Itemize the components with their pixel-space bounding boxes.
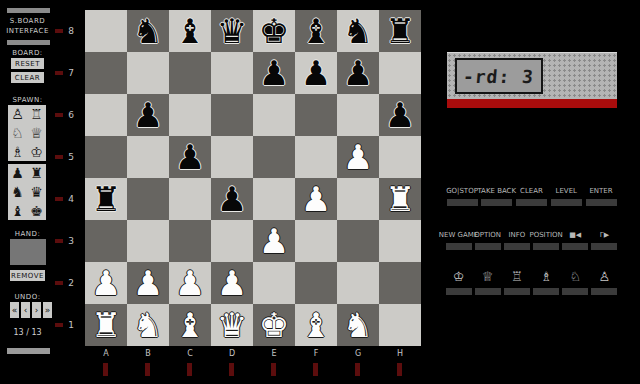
piece-black-pawn-e7: ♟: [259, 56, 289, 90]
panel-button--[interactable]: [562, 243, 588, 250]
square-f7[interactable]: ♟: [295, 52, 337, 94]
lcd-display-text: -rd: 3: [463, 66, 536, 87]
file-label-f: F: [295, 349, 337, 358]
square-d1[interactable]: ♛: [211, 304, 253, 346]
rank-7-led: [55, 71, 63, 75]
file-label-a: A: [85, 349, 127, 358]
square-c8[interactable]: ♝: [169, 10, 211, 52]
square-e5[interactable]: [253, 136, 295, 178]
board-clear-button[interactable]: CLEAR: [11, 72, 44, 83]
button-label-info: INFO: [508, 231, 525, 239]
undo-button-3[interactable]: »: [43, 302, 52, 318]
rank-label-2: 2: [64, 278, 78, 288]
panel-button-go-stop[interactable]: [447, 199, 478, 206]
spawn-piece-white[interactable]: ♖: [27, 105, 46, 124]
piece-black-pawn-b6: ♟: [133, 98, 163, 132]
square-c3[interactable]: [169, 220, 211, 262]
piece-white-pawn-b2: ♟: [133, 266, 163, 300]
spawn-piece-white[interactable]: ♘: [8, 124, 27, 143]
piece-white-bishop-f1: ♝: [301, 308, 331, 342]
square-b3[interactable]: [127, 220, 169, 262]
panel-button--[interactable]: [504, 288, 530, 295]
square-e6[interactable]: [253, 94, 295, 136]
piece-black-rook-a4: ♜: [91, 182, 121, 216]
button-label-option: OPTION: [474, 231, 501, 239]
square-e7[interactable]: ♟: [253, 52, 295, 94]
square-g1[interactable]: ♞: [337, 304, 379, 346]
square-g6[interactable]: [337, 94, 379, 136]
rank-label-5: 5: [64, 152, 78, 162]
divider-bar: [7, 348, 50, 354]
square-b5[interactable]: [127, 136, 169, 178]
piece-black-knight-g8: ♞: [343, 14, 373, 48]
piece-black-bishop-f8: ♝: [301, 14, 331, 48]
button-label-take-back: TAKE BACK: [477, 187, 516, 195]
panel-button--[interactable]: [562, 288, 588, 295]
undo-button-1[interactable]: ‹: [21, 302, 30, 318]
square-f4[interactable]: ♟: [295, 178, 337, 220]
square-h5[interactable]: [379, 136, 421, 178]
piece-black-pawn-c5: ♟: [175, 140, 205, 174]
spawn-piece-black[interactable]: ♛: [27, 183, 46, 202]
undo-counter: 13 / 13: [0, 328, 55, 337]
rank-3-led: [55, 239, 63, 243]
square-c4[interactable]: [169, 178, 211, 220]
spawn-section-label: SPAWN:: [0, 96, 55, 104]
piece-symbol--: ♙: [599, 269, 611, 284]
rank-6-led: [55, 113, 63, 117]
square-b7[interactable]: [127, 52, 169, 94]
piece-symbol--: ♘: [569, 269, 581, 284]
piece-white-bishop-c1: ♝: [175, 308, 205, 342]
panel-button-level[interactable]: [551, 199, 582, 206]
square-e4[interactable]: [253, 178, 295, 220]
rank-label-1: 1: [64, 320, 78, 330]
piece-black-knight-b8: ♞: [133, 14, 163, 48]
spawn-piece-white[interactable]: ♗: [8, 142, 27, 161]
square-d5[interactable]: [211, 136, 253, 178]
square-d7[interactable]: [211, 52, 253, 94]
piece-white-knight-g1: ♞: [343, 308, 373, 342]
panel-button--[interactable]: [591, 243, 617, 250]
piece-white-pawn-c2: ♟: [175, 266, 205, 300]
spawn-piece-white[interactable]: ♔: [27, 142, 46, 161]
square-g5[interactable]: ♟: [337, 136, 379, 178]
square-a4[interactable]: ♜: [85, 178, 127, 220]
undo-button-0[interactable]: «: [10, 302, 19, 318]
piece-symbol--: ♖: [511, 269, 523, 284]
piece-black-queen-d8: ♛: [217, 14, 247, 48]
red-accent-stripe: [447, 99, 617, 108]
rank-2-led: [55, 281, 63, 285]
file-b-led: [145, 363, 150, 376]
file-e-led: [271, 363, 276, 376]
remove-button[interactable]: REMOVE: [10, 270, 45, 281]
piece-black-pawn-f7: ♟: [301, 56, 331, 90]
panel-button-position[interactable]: [533, 243, 559, 250]
piece-black-rook-h8: ♜: [385, 14, 415, 48]
square-g7[interactable]: ♟: [337, 52, 379, 94]
rank-label-8: 8: [64, 26, 78, 36]
piece-white-pawn-f4: ♟: [301, 182, 331, 216]
lcd-bezel: -rd: 3: [447, 52, 617, 100]
rank-4-led: [55, 197, 63, 201]
file-a-led: [103, 363, 108, 376]
square-d6[interactable]: [211, 94, 253, 136]
button-label-go-stop: GO|STOP: [446, 187, 478, 195]
divider-bar: [7, 8, 50, 13]
board-reset-button[interactable]: RESET: [11, 58, 44, 69]
square-b4[interactable]: [127, 178, 169, 220]
chess-board: ♞♝♛♚♝♞♜♟♟♟♟♟♟♟♜♟♟♜♟♟♟♟♟♜♞♝♛♚♝♞: [85, 10, 421, 346]
rank-5-led: [55, 155, 63, 159]
square-a5[interactable]: [85, 136, 127, 178]
sidebar-title-line1: S.BOARD: [0, 17, 55, 25]
piece-white-rook-h4: ♜: [385, 182, 415, 216]
hand-section-label: HAND:: [0, 230, 55, 238]
button-label-position: POSITION: [529, 231, 562, 239]
square-e8[interactable]: ♚: [253, 10, 295, 52]
file-label-b: B: [127, 349, 169, 358]
piece-symbol--: ♕: [482, 269, 494, 284]
file-c-led: [187, 363, 192, 376]
lcd-screen: -rd: 3: [455, 58, 543, 94]
file-label-g: G: [337, 349, 379, 358]
piece-white-knight-b1: ♞: [133, 308, 163, 342]
piece-black-pawn-d4: ♟: [217, 182, 247, 216]
square-f2[interactable]: [295, 262, 337, 304]
file-g-led: [355, 363, 360, 376]
square-a6[interactable]: [85, 94, 127, 136]
square-c6[interactable]: [169, 94, 211, 136]
square-f5[interactable]: [295, 136, 337, 178]
square-g3[interactable]: [337, 220, 379, 262]
piece-black-pawn-g7: ♟: [343, 56, 373, 90]
panel-button-clear[interactable]: [516, 199, 547, 206]
file-label-e: E: [253, 349, 295, 358]
piece-white-pawn-d2: ♟: [217, 266, 247, 300]
file-label-c: C: [169, 349, 211, 358]
piece-symbol--: ♔: [453, 269, 465, 284]
undo-button-2[interactable]: ›: [32, 302, 41, 318]
square-h8[interactable]: ♜: [379, 10, 421, 52]
spawn-piece-white[interactable]: ♙: [8, 105, 27, 124]
square-f3[interactable]: [295, 220, 337, 262]
square-d8[interactable]: ♛: [211, 10, 253, 52]
button-label-new-game: NEW GAME: [439, 231, 478, 239]
panel-button-enter[interactable]: [586, 199, 617, 206]
divider-bar: [7, 40, 50, 45]
undo-controls: «‹›»: [10, 302, 52, 318]
sidebar-title-line2: INTERFACE: [0, 27, 55, 35]
button-label-clear: CLEAR: [520, 187, 543, 195]
square-b8[interactable]: ♞: [127, 10, 169, 52]
spawn-piece-black[interactable]: ♝: [8, 201, 27, 220]
spawn-panel-white: ♙♖♘♕♗♔: [8, 105, 46, 161]
square-h2[interactable]: [379, 262, 421, 304]
piece-white-pawn-a2: ♟: [91, 266, 121, 300]
spawn-piece-black[interactable]: ♚: [27, 201, 46, 220]
spawn-piece-black[interactable]: ♟: [8, 164, 27, 183]
button-label-enter: ENTER: [589, 187, 612, 195]
panel-button--[interactable]: [475, 288, 501, 295]
panel-button-take-back[interactable]: [481, 199, 512, 206]
file-d-led: [229, 363, 234, 376]
piece-white-pawn-g5: ♟: [343, 140, 373, 174]
button-label--: ■◀: [569, 231, 581, 239]
square-e2[interactable]: [253, 262, 295, 304]
piece-white-pawn-e3: ♟: [259, 224, 289, 258]
square-a2[interactable]: ♟: [85, 262, 127, 304]
square-e1[interactable]: ♚: [253, 304, 295, 346]
piece-symbol--: ♗: [540, 269, 552, 284]
square-e3[interactable]: ♟: [253, 220, 295, 262]
panel-button--[interactable]: [533, 288, 559, 295]
square-h1[interactable]: [379, 304, 421, 346]
rank-label-7: 7: [64, 68, 78, 78]
rank-label-3: 3: [64, 236, 78, 246]
piece-white-queen-d1: ♛: [217, 308, 247, 342]
rank-8-led: [55, 29, 63, 33]
file-label-h: H: [379, 349, 421, 358]
function-button-row-1: GO|STOPTAKE BACKCLEARLEVELENTER: [445, 187, 618, 206]
rank-label-4: 4: [64, 194, 78, 204]
square-a8[interactable]: [85, 10, 127, 52]
button-label--: Γ▶: [600, 231, 609, 239]
spawn-piece-white[interactable]: ♕: [27, 124, 46, 143]
square-c5[interactable]: ♟: [169, 136, 211, 178]
square-a3[interactable]: [85, 220, 127, 262]
square-b6[interactable]: ♟: [127, 94, 169, 136]
rank-1-led: [55, 323, 63, 327]
panel-button-info[interactable]: [504, 243, 530, 250]
square-d2[interactable]: ♟: [211, 262, 253, 304]
square-d4[interactable]: ♟: [211, 178, 253, 220]
piece-white-rook-a1: ♜: [91, 308, 121, 342]
square-b1[interactable]: ♞: [127, 304, 169, 346]
square-g8[interactable]: ♞: [337, 10, 379, 52]
square-c2[interactable]: ♟: [169, 262, 211, 304]
square-g2[interactable]: [337, 262, 379, 304]
file-f-led: [313, 363, 318, 376]
board-section-label: BOARD:: [0, 49, 55, 57]
hand-slot[interactable]: [10, 239, 46, 265]
piece-black-pawn-h6: ♟: [385, 98, 415, 132]
undo-section-label: UNDO:: [0, 293, 55, 301]
square-h7[interactable]: [379, 52, 421, 94]
panel-button--[interactable]: [446, 288, 472, 295]
square-a1[interactable]: ♜: [85, 304, 127, 346]
spawn-piece-black[interactable]: ♞: [8, 183, 27, 202]
file-h-led: [397, 363, 402, 376]
square-h6[interactable]: ♟: [379, 94, 421, 136]
square-g4[interactable]: [337, 178, 379, 220]
button-label-level: LEVEL: [556, 187, 577, 195]
spawn-piece-black[interactable]: ♜: [27, 164, 46, 183]
panel-button-new-game[interactable]: [446, 243, 472, 250]
square-f6[interactable]: [295, 94, 337, 136]
square-a7[interactable]: [85, 52, 127, 94]
piece-white-king-e1: ♚: [259, 308, 289, 342]
piece-button-row: ♔♕♖♗♘♙: [445, 269, 618, 295]
rank-label-6: 6: [64, 110, 78, 120]
square-c1[interactable]: ♝: [169, 304, 211, 346]
square-f1[interactable]: ♝: [295, 304, 337, 346]
square-b2[interactable]: ♟: [127, 262, 169, 304]
panel-button--[interactable]: [591, 288, 617, 295]
spawn-panel-black: ♟♜♞♛♝♚: [8, 164, 46, 220]
panel-button-option[interactable]: [475, 243, 501, 250]
piece-black-bishop-c8: ♝: [175, 14, 205, 48]
piece-black-king-e8: ♚: [259, 14, 289, 48]
square-c7[interactable]: [169, 52, 211, 94]
square-f8[interactable]: ♝: [295, 10, 337, 52]
square-h4[interactable]: ♜: [379, 178, 421, 220]
square-h3[interactable]: [379, 220, 421, 262]
square-d3[interactable]: [211, 220, 253, 262]
file-label-d: D: [211, 349, 253, 358]
function-button-row-2: NEW GAMEOPTIONINFOPOSITION■◀Γ▶: [445, 231, 618, 250]
